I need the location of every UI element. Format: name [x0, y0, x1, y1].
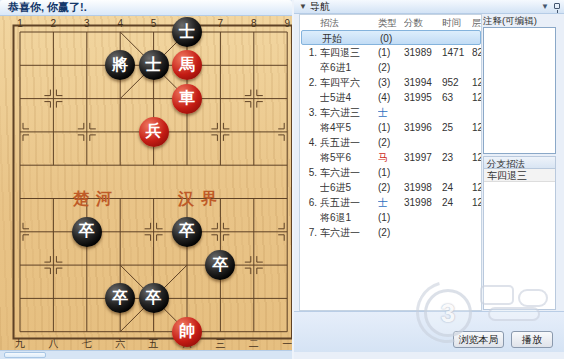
move-row[interactable]: 士6进5 (2) 31998 24 127 [300, 180, 482, 195]
move-text: 车四退三 [320, 45, 376, 60]
board-h-scrollbar[interactable] [0, 350, 292, 359]
move-type: (4) [378, 90, 403, 105]
move-depth [472, 60, 482, 75]
file-label-top: 5 [146, 18, 162, 29]
nav-footer: 浏览本局播放 [294, 311, 564, 352]
nav-panel-title: 导航 [310, 0, 330, 13]
move-time [442, 225, 471, 240]
move-score [404, 210, 441, 225]
file-label-top: 1 [12, 18, 28, 29]
move-text: 卒6进1 [320, 60, 376, 75]
move-depth: 127 [472, 180, 482, 195]
move-type: 马 [378, 150, 403, 165]
move-score: 31998 [404, 195, 441, 210]
file-label-bottom: 二 [246, 337, 262, 350]
move-depth [472, 225, 482, 240]
nav-panel: ▼ 导航 ▼ 招法 类型 分数 时间 层 开始 (0) 1. 车四退三 (1) … [294, 0, 564, 359]
move-score: 31995 [404, 90, 441, 105]
move-depth: 127 [472, 195, 482, 210]
move-depth: 127 [472, 90, 482, 105]
nav-panel-header: ▼ 导航 ▼ [294, 0, 564, 14]
move-time [442, 210, 471, 225]
move-time: 25 [442, 120, 471, 135]
file-label-top: 4 [112, 18, 128, 29]
move-row[interactable]: 3. 车六进三 士 [300, 105, 482, 120]
move-type: (1) [378, 210, 403, 225]
move-row[interactable]: 士5进4 (4) 31995 63 127 [300, 90, 482, 105]
move-depth [472, 105, 482, 120]
move-time [442, 135, 471, 150]
move-row[interactable]: 1. 车四退三 (1) 31989 1471 82 [300, 45, 482, 60]
move-text: 车六进三 [320, 105, 376, 120]
move-row[interactable]: 5. 车六进一 (1) [300, 165, 482, 180]
file-label-bottom: 一 [279, 337, 292, 350]
move-text: 士6进5 [320, 180, 376, 195]
move-text: 将4平5 [320, 120, 376, 135]
panel-caret-icon[interactable]: ▼ [299, 0, 307, 13]
piece-black-卒[interactable]: 卒 [139, 283, 169, 313]
piece-black-卒[interactable]: 卒 [72, 217, 102, 247]
move-text: 将5平6 [320, 150, 376, 165]
col-header-move: 招法 [320, 15, 376, 30]
file-label-bottom: 七 [79, 337, 95, 350]
piece-red-馬[interactable]: 馬 [172, 50, 202, 80]
move-score [406, 31, 443, 46]
move-row[interactable]: 2. 车四平六 (3) 31994 952 120 [300, 75, 482, 90]
move-text: 开始 [322, 31, 378, 46]
move-text: 兵五进一 [320, 135, 376, 150]
move-time: 24 [442, 195, 471, 210]
move-depth [472, 135, 482, 150]
file-label-top: 2 [45, 18, 61, 29]
move-depth [472, 165, 482, 180]
move-row[interactable]: 6. 兵五进一 士 31998 24 127 [300, 195, 482, 210]
notes-textarea[interactable] [483, 27, 556, 154]
xiangqi-board[interactable]: 楚河 汉界 123456789九八七六五四三二一 士將士馬車兵卒卒卒卒卒帥 [0, 16, 292, 350]
col-header-score: 分数 [404, 15, 441, 30]
move-score [404, 60, 441, 75]
move-type: (2) [378, 225, 403, 240]
file-label-top: 7 [212, 18, 228, 29]
move-type: (2) [378, 60, 403, 75]
move-time: 23 [442, 150, 471, 165]
move-time [442, 105, 471, 120]
move-row[interactable]: 将4平5 (1) 31996 25 127 [300, 120, 482, 135]
river-label-han: 汉界 [178, 189, 224, 210]
move-row[interactable]: 将5平6 马 31997 23 127 [300, 150, 482, 165]
move-score: 31994 [404, 75, 441, 90]
piece-black-士[interactable]: 士 [172, 17, 202, 47]
move-depth: 120 [472, 75, 482, 90]
move-list-table[interactable]: 招法 类型 分数 时间 层 开始 (0) 1. 车四退三 (1) 31989 1… [299, 14, 482, 311]
move-time [444, 31, 473, 46]
river-label-chu: 楚河 [73, 189, 119, 210]
piece-black-卒[interactable]: 卒 [172, 217, 202, 247]
file-label-bottom: 九 [12, 337, 28, 350]
move-text: 车四平六 [320, 75, 376, 90]
move-row[interactable]: 4. 兵五进一 (2) [300, 135, 482, 150]
move-text: 将6退1 [320, 210, 376, 225]
piece-black-卒[interactable]: 卒 [205, 250, 235, 280]
pin-icon[interactable] [554, 3, 560, 9]
col-header-time: 时间 [442, 15, 471, 30]
move-type: (2) [378, 135, 403, 150]
move-time: 24 [442, 180, 471, 195]
move-depth [472, 210, 482, 225]
branch-moves-list[interactable]: 车四退三 [483, 169, 556, 310]
move-type: 士 [378, 105, 403, 120]
move-score: 31989 [404, 45, 441, 60]
move-type: (1) [378, 165, 403, 180]
move-score: 31997 [404, 150, 441, 165]
move-score [404, 135, 441, 150]
piece-black-將[interactable]: 將 [105, 50, 135, 80]
move-row[interactable]: 将6退1 (1) [300, 210, 482, 225]
move-type: (1) [378, 120, 403, 135]
move-depth [474, 31, 482, 46]
move-row[interactable]: 7. 车六进一 (2) [300, 225, 482, 240]
file-label-top: 8 [246, 18, 262, 29]
scrollbar-thumb[interactable] [4, 352, 46, 358]
move-type: (0) [380, 31, 405, 46]
move-time: 952 [442, 75, 471, 90]
file-label-top: 9 [279, 18, 292, 29]
status-message: 恭喜你, 你赢了!. [0, 0, 292, 16]
move-table-header: 招法 类型 分数 时间 层 [300, 15, 481, 30]
move-depth: 127 [472, 150, 482, 165]
file-label-bottom: 三 [212, 337, 228, 350]
file-label-bottom: 八 [45, 337, 61, 350]
piece-red-兵[interactable]: 兵 [139, 117, 169, 147]
piece-black-卒[interactable]: 卒 [105, 283, 135, 313]
move-row[interactable]: 卒6进1 (2) [300, 60, 482, 75]
piece-black-士[interactable]: 士 [139, 50, 169, 80]
piece-red-車[interactable]: 車 [172, 84, 202, 114]
move-type: (1) [378, 45, 403, 60]
file-label-bottom: 六 [112, 337, 128, 350]
move-score [404, 105, 441, 120]
move-text: 车六进一 [320, 165, 376, 180]
branch-move-item[interactable]: 车四退三 [484, 169, 555, 182]
file-label-top: 3 [79, 18, 95, 29]
move-score [404, 165, 441, 180]
move-depth: 127 [472, 120, 482, 135]
move-time [442, 165, 471, 180]
board-panel: 恭喜你, 你赢了!. 楚河 汉界 123456789九八七六五四三二一 士將士馬… [0, 0, 292, 359]
move-text: 士5进4 [320, 90, 376, 105]
piece-red-帥[interactable]: 帥 [172, 317, 202, 347]
move-type: (3) [378, 75, 403, 90]
move-score [404, 225, 441, 240]
move-time: 63 [442, 90, 471, 105]
browse-game-button[interactable]: 浏览本局 [453, 331, 504, 348]
move-time: 1471 [442, 45, 471, 60]
move-type: 士 [378, 195, 403, 210]
move-score: 31996 [404, 120, 441, 135]
panel-menu-icon[interactable]: ▼ [541, 2, 549, 11]
move-time [442, 60, 471, 75]
col-header-depth: 层 [472, 15, 482, 30]
branch-moves-header: 分支招法 [483, 156, 556, 169]
move-type: (2) [378, 180, 403, 195]
play-button[interactable]: 播放 [511, 331, 553, 348]
move-text: 车六进一 [320, 225, 376, 240]
move-score: 31998 [404, 180, 441, 195]
move-row[interactable]: 开始 (0) [301, 30, 481, 45]
col-header-type: 类型 [378, 15, 403, 30]
move-depth: 82 [472, 45, 482, 60]
file-label-bottom: 五 [146, 337, 162, 350]
move-text: 兵五进一 [320, 195, 376, 210]
